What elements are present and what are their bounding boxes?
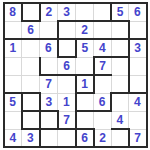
cell-r6c5[interactable] [76, 93, 94, 111]
cell-r6c6[interactable]: 6 [94, 93, 112, 111]
cell-r5c2[interactable] [22, 75, 40, 93]
cell-r1c2[interactable] [22, 3, 40, 21]
cell-r2c5[interactable]: 2 [76, 21, 94, 39]
cell-r2c3[interactable] [40, 21, 58, 39]
cell-r5c3[interactable]: 7 [40, 75, 58, 93]
cell-r1c7[interactable]: 5 [111, 3, 129, 21]
cell-r8c3[interactable] [40, 129, 58, 147]
cell-r7c4[interactable]: 7 [58, 111, 76, 129]
cell-r3c1[interactable]: 1 [4, 39, 22, 57]
cell-r2c1[interactable] [4, 21, 22, 39]
cell-r1c4[interactable]: 3 [58, 3, 76, 21]
cell-r3c5[interactable]: 5 [76, 39, 94, 57]
cell-r8c4[interactable] [58, 129, 76, 147]
cell-r4c3[interactable] [40, 57, 58, 75]
cell-r1c6[interactable] [94, 3, 112, 21]
cell-r7c3[interactable] [40, 111, 58, 129]
cell-r4c2[interactable] [22, 57, 40, 75]
cell-r8c8[interactable]: 7 [129, 129, 147, 147]
cell-r7c7[interactable]: 4 [111, 111, 129, 129]
cell-r4c6[interactable]: 7 [94, 57, 112, 75]
cell-r3c8[interactable]: 3 [129, 39, 147, 57]
cell-r2c6[interactable] [94, 21, 112, 39]
cell-r4c4[interactable]: 6 [58, 57, 76, 75]
cell-r4c8[interactable] [129, 57, 147, 75]
cell-r8c7[interactable] [111, 129, 129, 147]
cell-r8c2[interactable]: 3 [22, 129, 40, 147]
cell-r6c8[interactable]: 4 [129, 93, 147, 111]
cell-r5c4[interactable] [58, 75, 76, 93]
cell-r8c5[interactable]: 6 [76, 129, 94, 147]
cell-r4c7[interactable] [111, 57, 129, 75]
cell-r2c4[interactable] [58, 21, 76, 39]
cell-r1c8[interactable]: 6 [129, 3, 147, 21]
cell-r7c1[interactable] [4, 111, 22, 129]
cell-r7c6[interactable] [94, 111, 112, 129]
sudoku-grid: 8235662165436771531647443627 [3, 2, 148, 148]
cell-r6c3[interactable]: 3 [40, 93, 58, 111]
cell-r6c2[interactable] [22, 93, 40, 111]
cell-r3c3[interactable]: 6 [40, 39, 58, 57]
cell-r6c7[interactable] [111, 93, 129, 111]
cell-r5c6[interactable] [94, 75, 112, 93]
cell-r6c1[interactable]: 5 [4, 93, 22, 111]
cell-r8c6[interactable]: 2 [94, 129, 112, 147]
cell-r2c7[interactable] [111, 21, 129, 39]
cell-r2c8[interactable] [129, 21, 147, 39]
cell-r5c5[interactable]: 1 [76, 75, 94, 93]
cell-r1c3[interactable]: 2 [40, 3, 58, 21]
cell-r3c6[interactable]: 4 [94, 39, 112, 57]
cell-r6c4[interactable]: 1 [58, 93, 76, 111]
cell-r4c5[interactable] [76, 57, 94, 75]
cell-r7c5[interactable] [76, 111, 94, 129]
cell-r2c2[interactable]: 6 [22, 21, 40, 39]
cell-r1c5[interactable] [76, 3, 94, 21]
cell-r3c4[interactable] [58, 39, 76, 57]
cell-r7c8[interactable] [129, 111, 147, 129]
cell-r7c2[interactable] [22, 111, 40, 129]
cell-r5c8[interactable] [129, 75, 147, 93]
cell-r3c7[interactable] [111, 39, 129, 57]
cell-r5c1[interactable] [4, 75, 22, 93]
cell-r5c7[interactable] [111, 75, 129, 93]
cell-r4c1[interactable] [4, 57, 22, 75]
cell-r3c2[interactable] [22, 39, 40, 57]
sudoku-board: 8235662165436771531647443627 [0, 0, 150, 150]
cell-r1c1[interactable]: 8 [4, 3, 22, 21]
cell-r8c1[interactable]: 4 [4, 129, 22, 147]
